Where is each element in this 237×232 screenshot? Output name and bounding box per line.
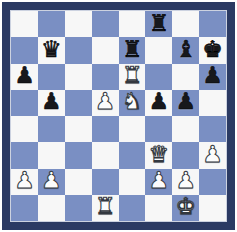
square-e1[interactable]: [119, 195, 146, 221]
square-g1[interactable]: ♚: [172, 195, 199, 221]
square-h8[interactable]: [199, 11, 226, 37]
square-f5[interactable]: ♟: [145, 90, 172, 116]
piece-white-pawn: ♟: [202, 143, 223, 166]
square-g7[interactable]: ♝: [172, 37, 199, 63]
piece-black-queen: ♛: [41, 38, 62, 61]
square-h2[interactable]: [199, 169, 226, 195]
board-navy-frame: ♜♛♜♝♚♟♜♟♟♟♞♟♟♛♟♟♟♟♟♜♚: [2, 2, 235, 230]
square-f2[interactable]: ♟: [145, 169, 172, 195]
square-h1[interactable]: [199, 195, 226, 221]
square-b4[interactable]: [38, 116, 65, 142]
piece-white-knight: ♞: [122, 90, 143, 113]
square-c1[interactable]: [65, 195, 92, 221]
square-g2[interactable]: ♟: [172, 169, 199, 195]
piece-white-pawn: ♟: [175, 169, 196, 192]
square-c4[interactable]: [65, 116, 92, 142]
square-g8[interactable]: [172, 11, 199, 37]
square-b1[interactable]: [38, 195, 65, 221]
piece-black-rook: ♜: [149, 12, 170, 35]
piece-black-rook: ♜: [122, 38, 143, 61]
piece-black-king: ♚: [202, 38, 223, 61]
piece-black-pawn: ♟: [202, 64, 223, 87]
piece-white-pawn: ♟: [14, 169, 35, 192]
square-a1[interactable]: [11, 195, 38, 221]
square-e4[interactable]: [119, 116, 146, 142]
square-d3[interactable]: [92, 142, 119, 168]
square-e2[interactable]: [119, 169, 146, 195]
square-f6[interactable]: [145, 64, 172, 90]
square-d4[interactable]: [92, 116, 119, 142]
square-a5[interactable]: [11, 90, 38, 116]
square-e5[interactable]: ♞: [119, 90, 146, 116]
square-b5[interactable]: ♟: [38, 90, 65, 116]
square-e7[interactable]: ♜: [119, 37, 146, 63]
square-h7[interactable]: ♚: [199, 37, 226, 63]
board-outer-frame: ♜♛♜♝♚♟♜♟♟♟♞♟♟♛♟♟♟♟♟♜♚: [0, 0, 237, 232]
square-d7[interactable]: [92, 37, 119, 63]
piece-black-pawn: ♟: [41, 90, 62, 113]
piece-white-pawn: ♟: [149, 169, 170, 192]
square-f8[interactable]: ♜: [145, 11, 172, 37]
piece-white-rook: ♜: [122, 64, 143, 87]
square-b3[interactable]: [38, 142, 65, 168]
square-a2[interactable]: ♟: [11, 169, 38, 195]
piece-white-pawn: ♟: [41, 169, 62, 192]
square-a4[interactable]: [11, 116, 38, 142]
square-g3[interactable]: [172, 142, 199, 168]
square-c6[interactable]: [65, 64, 92, 90]
square-c8[interactable]: [65, 11, 92, 37]
square-f7[interactable]: [145, 37, 172, 63]
piece-white-pawn: ♟: [95, 90, 116, 113]
square-a8[interactable]: [11, 11, 38, 37]
square-f4[interactable]: [145, 116, 172, 142]
square-e3[interactable]: [119, 142, 146, 168]
square-h3[interactable]: ♟: [199, 142, 226, 168]
square-d6[interactable]: [92, 64, 119, 90]
square-b7[interactable]: ♛: [38, 37, 65, 63]
square-c5[interactable]: [65, 90, 92, 116]
piece-white-rook: ♜: [95, 195, 116, 218]
square-b8[interactable]: [38, 11, 65, 37]
square-d1[interactable]: ♜: [92, 195, 119, 221]
square-d5[interactable]: ♟: [92, 90, 119, 116]
piece-black-pawn: ♟: [14, 64, 35, 87]
square-a6[interactable]: ♟: [11, 64, 38, 90]
piece-black-pawn: ♟: [175, 90, 196, 113]
square-c2[interactable]: [65, 169, 92, 195]
square-a7[interactable]: [11, 37, 38, 63]
square-g6[interactable]: [172, 64, 199, 90]
square-c7[interactable]: [65, 37, 92, 63]
square-e8[interactable]: [119, 11, 146, 37]
square-g4[interactable]: [172, 116, 199, 142]
square-f1[interactable]: [145, 195, 172, 221]
square-d8[interactable]: [92, 11, 119, 37]
square-b2[interactable]: ♟: [38, 169, 65, 195]
square-b6[interactable]: [38, 64, 65, 90]
square-a3[interactable]: [11, 142, 38, 168]
chess-board: ♜♛♜♝♚♟♜♟♟♟♞♟♟♛♟♟♟♟♟♜♚: [10, 10, 227, 222]
square-h6[interactable]: ♟: [199, 64, 226, 90]
piece-white-king: ♚: [175, 195, 196, 218]
square-e6[interactable]: ♜: [119, 64, 146, 90]
square-h4[interactable]: [199, 116, 226, 142]
piece-black-pawn: ♟: [149, 90, 170, 113]
square-g5[interactable]: ♟: [172, 90, 199, 116]
square-f3[interactable]: ♛: [145, 142, 172, 168]
piece-black-bishop: ♝: [175, 38, 196, 61]
piece-white-queen: ♛: [149, 143, 170, 166]
square-c3[interactable]: [65, 142, 92, 168]
square-h5[interactable]: [199, 90, 226, 116]
square-d2[interactable]: [92, 169, 119, 195]
